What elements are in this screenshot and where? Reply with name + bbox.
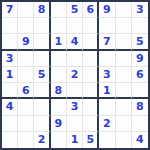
cell-r3c1[interactable] [2, 34, 18, 50]
cell-r3c2[interactable]: 9 [18, 34, 34, 50]
cell-r2c1[interactable] [2, 18, 18, 34]
cell-r7c7[interactable] [99, 99, 115, 115]
cell-r6c8[interactable] [116, 83, 132, 99]
cell-r9c1[interactable] [2, 132, 18, 148]
cell-r3c6[interactable] [83, 34, 99, 50]
cell-r8c9[interactable] [132, 116, 148, 132]
cell-r4c2[interactable] [18, 51, 34, 67]
cell-r4c1[interactable]: 3 [2, 51, 18, 67]
cell-r6c9[interactable] [132, 83, 148, 99]
cell-r1c7[interactable]: 9 [99, 2, 115, 18]
cell-r2c9[interactable] [132, 18, 148, 34]
cell-r6c3[interactable] [34, 83, 50, 99]
cell-r9c9[interactable]: 4 [132, 132, 148, 148]
cell-r6c5[interactable] [67, 83, 83, 99]
cell-r7c9[interactable]: 8 [132, 99, 148, 115]
cell-r5c1[interactable]: 1 [2, 67, 18, 83]
cell-r9c4[interactable] [51, 132, 67, 148]
cell-r8c6[interactable] [83, 116, 99, 132]
cell-r9c7[interactable] [99, 132, 115, 148]
cell-r8c2[interactable] [18, 116, 34, 132]
cell-r4c9[interactable]: 9 [132, 51, 148, 67]
cell-r8c3[interactable] [34, 116, 50, 132]
cell-r8c5[interactable] [67, 116, 83, 132]
cell-r7c5[interactable]: 3 [67, 99, 83, 115]
cell-r4c4[interactable] [51, 51, 67, 67]
cell-r5c5[interactable]: 2 [67, 67, 83, 83]
cell-r3c4[interactable]: 1 [51, 34, 67, 50]
sudoku-board: 785693914753915236681438922154 [0, 0, 150, 150]
cell-r3c8[interactable] [116, 34, 132, 50]
cell-r2c6[interactable] [83, 18, 99, 34]
cell-r6c2[interactable]: 6 [18, 83, 34, 99]
cell-r1c2[interactable] [18, 2, 34, 18]
cell-r4c3[interactable] [34, 51, 50, 67]
cell-r7c8[interactable] [116, 99, 132, 115]
cell-r1c8[interactable] [116, 2, 132, 18]
cell-r5c2[interactable] [18, 67, 34, 83]
cell-r5c4[interactable] [51, 67, 67, 83]
cell-r8c8[interactable] [116, 116, 132, 132]
cell-r5c9[interactable]: 6 [132, 67, 148, 83]
cell-r2c5[interactable] [67, 18, 83, 34]
cell-r8c7[interactable]: 2 [99, 116, 115, 132]
cell-r7c4[interactable] [51, 99, 67, 115]
cell-r8c1[interactable] [2, 116, 18, 132]
cell-r9c5[interactable]: 1 [67, 132, 83, 148]
cell-r7c3[interactable] [34, 99, 50, 115]
cell-r9c6[interactable]: 5 [83, 132, 99, 148]
cell-r8c4[interactable]: 9 [51, 116, 67, 132]
cell-r7c6[interactable] [83, 99, 99, 115]
cell-r1c9[interactable]: 3 [132, 2, 148, 18]
cell-r7c2[interactable] [18, 99, 34, 115]
cell-r3c5[interactable]: 4 [67, 34, 83, 50]
cell-r2c7[interactable] [99, 18, 115, 34]
cell-r9c3[interactable]: 2 [34, 132, 50, 148]
cell-r6c1[interactable] [2, 83, 18, 99]
cell-r5c3[interactable]: 5 [34, 67, 50, 83]
cell-r6c6[interactable] [83, 83, 99, 99]
cell-r6c4[interactable]: 8 [51, 83, 67, 99]
cell-r2c8[interactable] [116, 18, 132, 34]
cell-r1c5[interactable]: 5 [67, 2, 83, 18]
cell-r4c5[interactable] [67, 51, 83, 67]
cell-r4c7[interactable] [99, 51, 115, 67]
cell-r5c6[interactable] [83, 67, 99, 83]
cell-r3c7[interactable]: 7 [99, 34, 115, 50]
cell-r7c1[interactable]: 4 [2, 99, 18, 115]
cell-r6c7[interactable]: 1 [99, 83, 115, 99]
cell-r5c8[interactable] [116, 67, 132, 83]
cell-r4c8[interactable] [116, 51, 132, 67]
cell-r2c4[interactable] [51, 18, 67, 34]
cell-r2c3[interactable] [34, 18, 50, 34]
cell-r4c6[interactable] [83, 51, 99, 67]
cell-r1c6[interactable]: 6 [83, 2, 99, 18]
cell-r1c4[interactable] [51, 2, 67, 18]
cell-r3c3[interactable] [34, 34, 50, 50]
cell-r9c2[interactable] [18, 132, 34, 148]
cell-r9c8[interactable] [116, 132, 132, 148]
cell-r3c9[interactable]: 5 [132, 34, 148, 50]
cell-r1c3[interactable]: 8 [34, 2, 50, 18]
cell-r5c7[interactable]: 3 [99, 67, 115, 83]
cell-r1c1[interactable]: 7 [2, 2, 18, 18]
cell-r2c2[interactable] [18, 18, 34, 34]
